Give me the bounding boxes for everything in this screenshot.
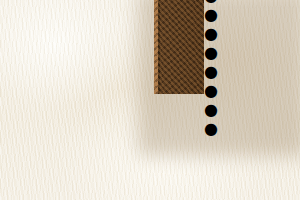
piece-glyph: ● — [204, 100, 218, 119]
piece-glyph: ● — [204, 62, 218, 81]
piece-glyph: ● — [204, 24, 218, 43]
black-knight: ● — [204, 81, 218, 100]
chess-square: ● — [204, 43, 218, 62]
piece-glyph: ● — [204, 81, 218, 100]
chess-grid: ●●●●●●●● — [204, 0, 218, 94]
chess-square: ● — [204, 100, 218, 119]
black-pawn: ● — [204, 24, 218, 43]
piece-glyph: ● — [204, 119, 218, 138]
chess-square: ● — [204, 24, 218, 43]
chess-square: ● — [204, 62, 218, 81]
carved-left-border — [154, 0, 204, 94]
board-main: ●●●●●●●● — [154, 0, 300, 94]
black-pawn: ● — [204, 43, 218, 62]
black-rook: ● — [204, 62, 218, 81]
chess-board: ●●●●●●●● — [154, 0, 300, 144]
chess-square: ● — [204, 119, 218, 138]
chess-square: ● — [204, 81, 218, 100]
piece-glyph: ● — [204, 43, 218, 62]
piece-glyph: ● — [204, 5, 218, 24]
black-bishop: ● — [204, 100, 218, 119]
black-queen: ● — [204, 119, 218, 138]
bead-rope-ornament-vertical — [162, 0, 167, 94]
photo-canvas: ●●●●●●●● — [0, 0, 300, 200]
chess-square: ● — [204, 5, 218, 24]
black-pawn: ● — [204, 5, 218, 24]
